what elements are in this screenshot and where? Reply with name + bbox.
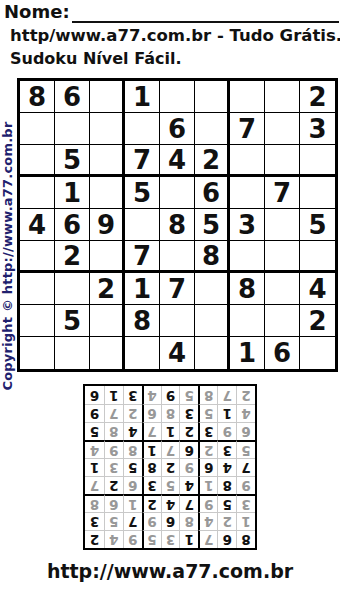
puzzle-cell-r8c4[interactable]: 8 — [125, 305, 160, 337]
puzzle-cell-r8c7[interactable] — [230, 305, 265, 337]
solution-cell-r7c4: 2 — [179, 422, 198, 440]
puzzle-cell-r5c3[interactable]: 9 — [90, 209, 125, 241]
puzzle-cell-r4c5[interactable] — [160, 177, 195, 209]
puzzle-cell-r2c6[interactable] — [195, 113, 230, 145]
solution-cell-r8c9: 9 — [85, 404, 104, 422]
puzzle-cell-r8c1[interactable] — [20, 305, 55, 337]
puzzle-cell-r5c7[interactable]: 3 — [230, 209, 265, 241]
puzzle-cell-r3c4[interactable]: 7 — [125, 145, 160, 177]
solution-cell-r4c5: 5 — [161, 476, 180, 494]
solution-cell-r9c1: 2 — [236, 386, 255, 404]
puzzle-cell-r4c8[interactable]: 7 — [265, 177, 300, 209]
solution-cell-r5c7: 5 — [123, 458, 142, 476]
puzzle-cell-r4c4[interactable]: 5 — [125, 177, 160, 209]
solution-cell-r8c6: 6 — [142, 404, 161, 422]
solution-cell-r3c7: 1 — [123, 494, 142, 512]
solution-cell-r8c4: 3 — [179, 404, 198, 422]
puzzle-cell-r9c5[interactable]: 4 — [160, 337, 195, 369]
solution-cell-r5c6: 8 — [142, 458, 161, 476]
puzzle-cell-r6c7[interactable] — [230, 241, 265, 273]
solution-cell-r6c6: 1 — [142, 440, 161, 458]
solution-cell-r7c1: 6 — [236, 422, 255, 440]
solution-cell-r9c3: 8 — [198, 386, 217, 404]
name-blank-line[interactable] — [72, 3, 339, 23]
puzzle-cell-r4c1[interactable] — [20, 177, 55, 209]
solution-cell-r6c9: 4 — [85, 440, 104, 458]
solution-cell-r7c9: 5 — [85, 422, 104, 440]
puzzle-cell-r6c6[interactable]: 8 — [195, 241, 230, 273]
solution-cell-r2c4: 8 — [179, 512, 198, 530]
solution-cell-r4c3: 1 — [198, 476, 217, 494]
puzzle-cell-r1c7[interactable] — [230, 81, 265, 113]
puzzle-cell-r5c9[interactable]: 5 — [300, 209, 335, 241]
solution-cell-r6c2: 3 — [217, 440, 236, 458]
solution-cell-r4c2: 8 — [217, 476, 236, 494]
solution-cell-r2c6: 9 — [142, 512, 161, 530]
puzzle-cell-r8c8[interactable] — [265, 305, 300, 337]
solution-cell-r3c1: 3 — [236, 494, 255, 512]
puzzle-cell-r1c8[interactable] — [265, 81, 300, 113]
puzzle-cell-r3c1[interactable] — [20, 145, 55, 177]
puzzle-cell-r3c3[interactable] — [90, 145, 125, 177]
puzzle-cell-r2c5[interactable]: 6 — [160, 113, 195, 145]
puzzle-cell-r7c9[interactable]: 4 — [300, 273, 335, 305]
puzzle-cell-r4c7[interactable] — [230, 177, 265, 209]
site-title: http/www.a77.com.br - Tudo Grátis. — [10, 26, 340, 45]
puzzle-cell-r2c8[interactable] — [265, 113, 300, 145]
puzzle-cell-r3c6[interactable]: 2 — [195, 145, 230, 177]
copyright-vertical-text: Copyright © http://www.a77.com.br — [0, 80, 18, 432]
solution-cell-r8c3: 5 — [198, 404, 217, 422]
solution-cell-r7c8: 8 — [104, 422, 123, 440]
puzzle-cell-r5c5[interactable]: 8 — [160, 209, 195, 241]
solution-cell-r5c4: 9 — [179, 458, 198, 476]
puzzle-cell-r1c5[interactable] — [160, 81, 195, 113]
solution-cell-r7c7: 4 — [123, 422, 142, 440]
puzzle-cell-r6c5[interactable] — [160, 241, 195, 273]
solution-cell-r9c2: 7 — [217, 386, 236, 404]
solution-cell-r7c2: 9 — [217, 422, 236, 440]
solution-cell-r9c6: 4 — [142, 386, 161, 404]
solution-cell-r6c1: 5 — [236, 440, 255, 458]
puzzle-cell-r9c4[interactable] — [125, 337, 160, 369]
solution-cell-r7c6: 7 — [142, 422, 161, 440]
puzzle-cell-r9c7[interactable]: 1 — [230, 337, 265, 369]
solution-cell-r4c4: 4 — [179, 476, 198, 494]
puzzle-cell-r3c7[interactable] — [230, 145, 265, 177]
solution-cell-r8c8: 7 — [104, 404, 123, 422]
puzzle-cell-r9c2[interactable] — [55, 337, 90, 369]
solution-cell-r2c9: 3 — [85, 512, 104, 530]
puzzle-cell-r5c4[interactable] — [125, 209, 160, 241]
solution-cell-r1c7: 9 — [123, 530, 142, 548]
puzzle-cell-r7c3[interactable]: 2 — [90, 273, 125, 305]
solution-cell-r2c8: 5 — [104, 512, 123, 530]
solution-cell-r5c1: 7 — [236, 458, 255, 476]
solution-cell-r9c9: 6 — [85, 386, 104, 404]
sudoku-solution-grid: 8671359421248697533597421689814536277469… — [83, 384, 257, 550]
solution-cell-r1c2: 6 — [217, 530, 236, 548]
solution-cell-r6c4: 6 — [179, 440, 198, 458]
puzzle-cell-r8c6[interactable] — [195, 305, 230, 337]
puzzle-cell-r9c8[interactable]: 6 — [265, 337, 300, 369]
puzzle-cell-r3c2[interactable]: 5 — [55, 145, 90, 177]
puzzle-cell-r7c1[interactable] — [20, 273, 55, 305]
solution-cell-r4c9: 7 — [85, 476, 104, 494]
puzzle-cell-r1c3[interactable] — [90, 81, 125, 113]
solution-cell-r2c3: 4 — [198, 512, 217, 530]
puzzle-cell-r2c2[interactable] — [55, 113, 90, 145]
puzzle-cell-r7c2[interactable] — [55, 273, 90, 305]
puzzle-cell-r2c1[interactable] — [20, 113, 55, 145]
solution-cell-r8c2: 1 — [217, 404, 236, 422]
puzzle-cell-r1c4[interactable]: 1 — [125, 81, 160, 113]
solution-cell-r8c1: 4 — [236, 404, 255, 422]
solution-cell-r3c6: 2 — [142, 494, 161, 512]
puzzle-cell-r6c8[interactable] — [265, 241, 300, 273]
solution-cell-r6c7: 8 — [123, 440, 142, 458]
puzzle-cell-r5c2[interactable]: 6 — [55, 209, 90, 241]
puzzle-cell-r3c8[interactable] — [265, 145, 300, 177]
puzzle-cell-r6c3[interactable] — [90, 241, 125, 273]
puzzle-cell-r8c9[interactable]: 2 — [300, 305, 335, 337]
puzzle-cell-r2c4[interactable] — [125, 113, 160, 145]
puzzle-cell-r4c3[interactable] — [90, 177, 125, 209]
solution-cell-r5c2: 4 — [217, 458, 236, 476]
solution-cell-r1c6: 5 — [142, 530, 161, 548]
puzzle-cell-r7c7[interactable]: 8 — [230, 273, 265, 305]
puzzle-cell-r7c6[interactable] — [195, 273, 230, 305]
solution-cell-r2c7: 7 — [123, 512, 142, 530]
puzzle-cell-r4c2[interactable]: 1 — [55, 177, 90, 209]
solution-cell-r9c5: 9 — [161, 386, 180, 404]
solution-cell-r1c9: 2 — [85, 530, 104, 548]
puzzle-cell-r2c7[interactable]: 7 — [230, 113, 265, 145]
puzzle-cell-r7c8[interactable] — [265, 273, 300, 305]
solution-cell-r2c2: 2 — [217, 512, 236, 530]
puzzle-cell-r8c2[interactable]: 5 — [55, 305, 90, 337]
puzzle-cell-r1c1[interactable]: 8 — [20, 81, 55, 113]
puzzle-cell-r1c2[interactable]: 6 — [55, 81, 90, 113]
solution-cell-r5c8: 3 — [104, 458, 123, 476]
puzzle-cell-r7c5[interactable]: 7 — [160, 273, 195, 305]
solution-cell-r5c5: 2 — [161, 458, 180, 476]
name-label: Nome: — [4, 1, 70, 23]
puzzle-cell-r4c6[interactable]: 6 — [195, 177, 230, 209]
puzzle-cell-r5c6[interactable]: 5 — [195, 209, 230, 241]
solution-cell-r1c3: 7 — [198, 530, 217, 548]
solution-cell-r3c3: 9 — [198, 494, 217, 512]
puzzle-cell-r5c8[interactable] — [265, 209, 300, 241]
puzzle-cell-r6c9[interactable] — [300, 241, 335, 273]
solution-cell-r6c3: 2 — [198, 440, 217, 458]
footer-url: http://www.a77.com.br — [0, 560, 340, 582]
page-header: Nome: http/www.a77.com.br - Tudo Grátis.… — [0, 0, 340, 68]
solution-cell-r3c9: 8 — [85, 494, 104, 512]
puzzle-cell-r6c2[interactable]: 2 — [55, 241, 90, 273]
puzzle-cell-r1c9[interactable]: 2 — [300, 81, 335, 113]
puzzle-cell-r8c3[interactable] — [90, 305, 125, 337]
puzzle-cell-r6c1[interactable] — [20, 241, 55, 273]
solution-cell-r2c5: 6 — [161, 512, 180, 530]
puzzle-cell-r9c1[interactable] — [20, 337, 55, 369]
puzzle-cell-r7c4[interactable]: 1 — [125, 273, 160, 305]
puzzle-cell-r3c9[interactable] — [300, 145, 335, 177]
solution-cell-r7c5: 1 — [161, 422, 180, 440]
solution-cell-r5c9: 1 — [85, 458, 104, 476]
solution-cell-r9c7: 3 — [123, 386, 142, 404]
solution-cell-r9c8: 1 — [104, 386, 123, 404]
solution-cell-r3c5: 4 — [161, 494, 180, 512]
sudoku-puzzle-grid: 861267357421567469853527821784582416 — [17, 78, 338, 372]
puzzle-cell-r6c4[interactable]: 7 — [125, 241, 160, 273]
puzzle-cell-r2c9[interactable]: 3 — [300, 113, 335, 145]
puzzle-cell-r8c5[interactable] — [160, 305, 195, 337]
solution-cell-r6c5: 7 — [161, 440, 180, 458]
puzzle-cell-r1c6[interactable] — [195, 81, 230, 113]
puzzle-cell-r9c9[interactable] — [300, 337, 335, 369]
solution-cell-r1c8: 4 — [104, 530, 123, 548]
solution-cell-r2c1: 1 — [236, 512, 255, 530]
puzzle-cell-r4c9[interactable] — [300, 177, 335, 209]
puzzle-cell-r9c3[interactable] — [90, 337, 125, 369]
puzzle-cell-r5c1[interactable]: 4 — [20, 209, 55, 241]
solution-cell-r1c5: 3 — [161, 530, 180, 548]
solution-cell-r3c2: 5 — [217, 494, 236, 512]
solution-cell-r3c8: 6 — [104, 494, 123, 512]
solution-cell-r1c1: 8 — [236, 530, 255, 548]
solution-cell-r6c8: 9 — [104, 440, 123, 458]
solution-cell-r5c3: 6 — [198, 458, 217, 476]
solution-cell-r1c4: 1 — [179, 530, 198, 548]
name-row: Nome: — [0, 0, 340, 23]
solution-cell-r4c1: 9 — [236, 476, 255, 494]
puzzle-cell-r3c5[interactable]: 4 — [160, 145, 195, 177]
solution-cell-r4c6: 3 — [142, 476, 161, 494]
difficulty-title: Sudoku Nível Fácil. — [10, 49, 340, 68]
puzzle-cell-r2c3[interactable] — [90, 113, 125, 145]
solution-cell-r7c3: 3 — [198, 422, 217, 440]
solution-cell-r8c5: 8 — [161, 404, 180, 422]
solution-cell-r8c7: 2 — [123, 404, 142, 422]
solution-cell-r3c4: 7 — [179, 494, 198, 512]
solution-cell-r4c7: 6 — [123, 476, 142, 494]
puzzle-cell-r9c6[interactable] — [195, 337, 230, 369]
solution-cell-r9c4: 5 — [179, 386, 198, 404]
solution-cell-r4c8: 2 — [104, 476, 123, 494]
